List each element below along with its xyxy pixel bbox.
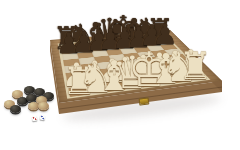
piece-white-rook: ♜	[179, 48, 213, 85]
draughts-chip-black	[24, 86, 35, 94]
draughts-chip-black	[26, 94, 37, 102]
chess-set-photo: ♜♞♝♛♚♝♞♜♟♟♟♟♟♟♟♟♟♟♟♟♟♟♟♟♜♞♝♛♚♝♞♜	[0, 0, 240, 150]
die-icon	[31, 115, 36, 120]
die-icon	[39, 114, 45, 120]
draughts-chip-black	[10, 105, 21, 113]
draughts-chip-tan	[38, 102, 49, 110]
draughts-chip-tan	[28, 102, 39, 110]
